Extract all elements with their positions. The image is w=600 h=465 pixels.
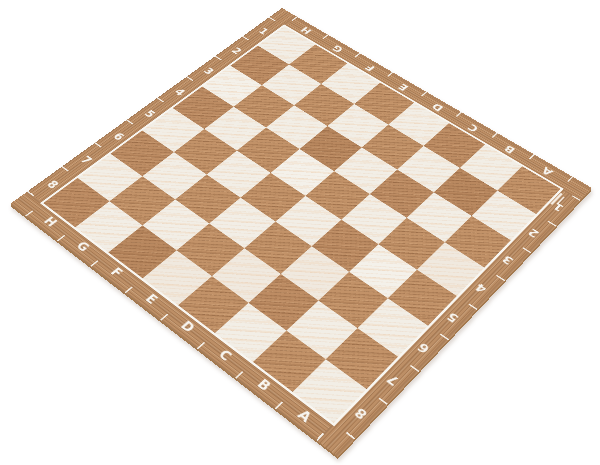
chessboard[interactable]: HGFEDCBA1122334455667788HGFEDCBA <box>10 8 592 457</box>
board-photo-scene: HGFEDCBA1122334455667788HGFEDCBA <box>0 0 600 465</box>
